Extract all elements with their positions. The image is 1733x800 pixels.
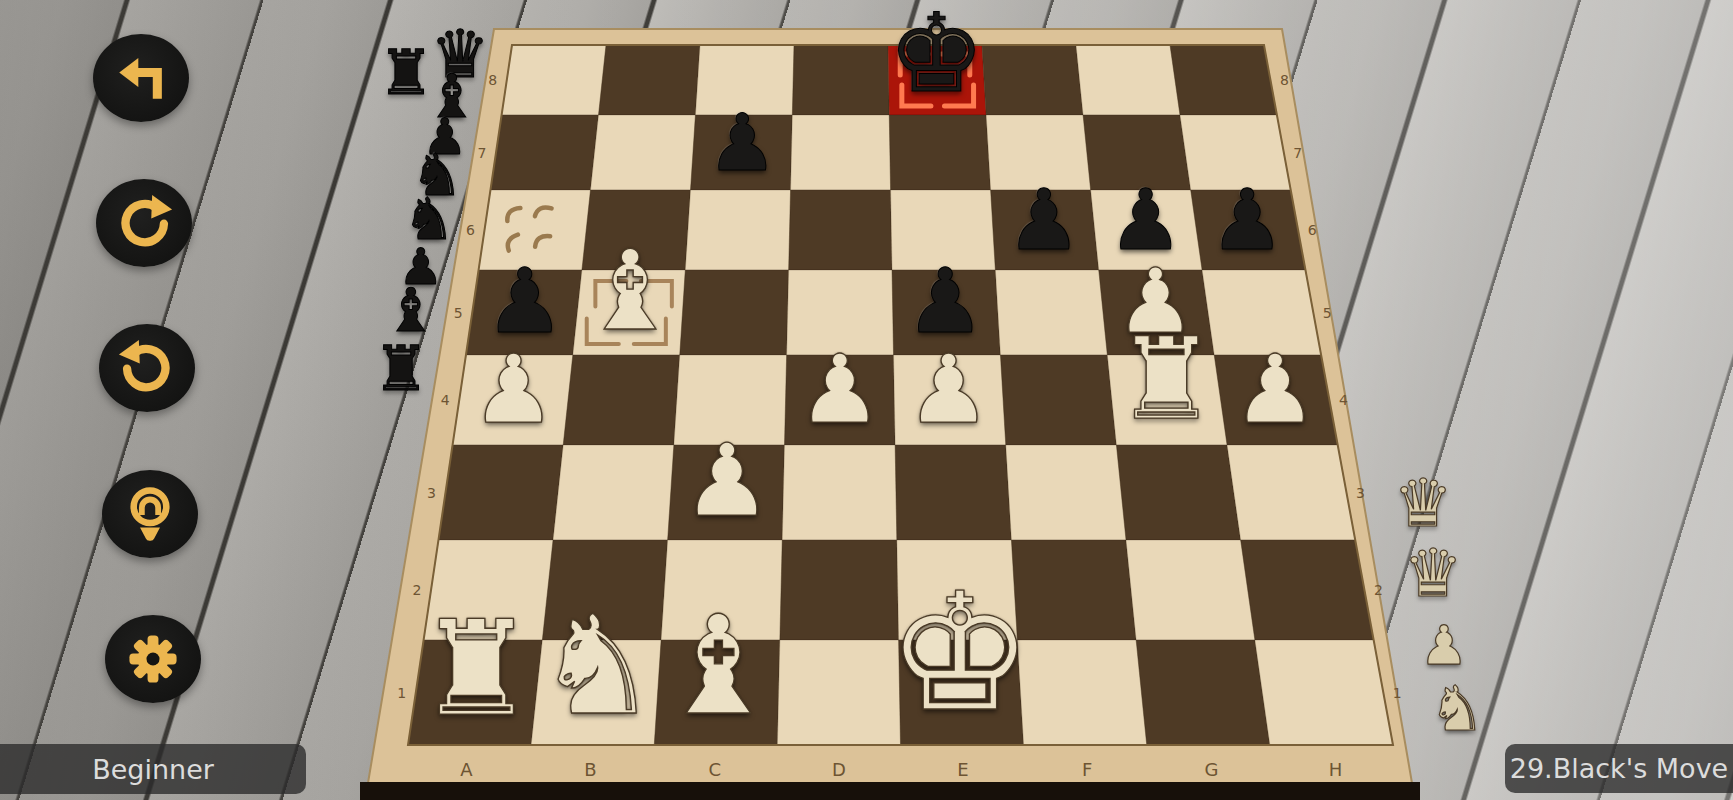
square-b8[interactable]	[599, 45, 700, 115]
file-label-E: E	[957, 759, 968, 780]
rank-label-right-4: 4	[1339, 392, 1348, 408]
rank-label-left-7: 7	[478, 145, 487, 161]
square-d7[interactable]	[791, 115, 891, 190]
square-h1[interactable]	[1255, 640, 1393, 745]
square-f4[interactable]	[1000, 355, 1116, 445]
piece-white-bishop-b5[interactable]: ♝	[575, 236, 686, 347]
file-label-G: G	[1204, 759, 1218, 780]
square-a7[interactable]	[490, 115, 598, 190]
rank-label-right-5: 5	[1323, 305, 1332, 321]
square-b7[interactable]	[590, 115, 695, 190]
file-label-C: C	[708, 759, 721, 780]
square-g8[interactable]	[1076, 45, 1180, 115]
piece-white-pawn-a4[interactable]: ♟	[466, 342, 561, 437]
hint-button[interactable]	[102, 470, 198, 558]
square-d3[interactable]	[782, 445, 897, 540]
piece-white-rook-a1[interactable]: ♜	[411, 603, 542, 734]
board-front-face	[360, 782, 1420, 800]
square-a8[interactable]	[502, 45, 606, 115]
square-g1[interactable]	[1136, 640, 1270, 745]
square-d6[interactable]	[789, 190, 892, 270]
file-label-D: D	[832, 759, 846, 780]
redo-button[interactable]	[96, 179, 192, 267]
chess-app-screen: ABCDEFGH8877665544332211 ♚♟♟♟♟♟♟♝♟♟♟♟♜♟♟…	[0, 0, 1733, 800]
square-f5[interactable]	[995, 270, 1107, 355]
square-c5[interactable]	[680, 270, 789, 355]
move-status-bar: 29.Black's Move	[1505, 744, 1733, 793]
piece-white-bishop-c1[interactable]: ♝	[650, 598, 787, 735]
rank-label-left-3: 3	[427, 485, 436, 501]
difficulty-bar: Beginner	[0, 744, 306, 794]
rotate-counterclockwise-icon	[118, 339, 176, 397]
piece-white-pawn-c3[interactable]: ♟	[677, 431, 777, 531]
piece-white-pawn-e4[interactable]: ♟	[901, 342, 996, 437]
rank-label-right-7: 7	[1293, 145, 1302, 161]
square-f3[interactable]	[1006, 445, 1126, 540]
piece-black-pawn-h6[interactable]: ♟	[1205, 178, 1289, 262]
square-g2[interactable]	[1126, 540, 1255, 640]
rank-label-left-8: 8	[488, 72, 497, 88]
rank-label-left-4: 4	[441, 392, 450, 408]
undo-button[interactable]	[93, 34, 189, 122]
square-b3[interactable]	[553, 445, 674, 540]
file-label-H: H	[1329, 759, 1343, 780]
file-label-A: A	[460, 759, 473, 780]
rank-label-left-6: 6	[466, 222, 475, 238]
piece-black-king-e8[interactable]: ♚	[882, 0, 991, 108]
piece-white-king-e1[interactable]: ♚	[879, 572, 1042, 735]
square-e3[interactable]	[895, 445, 1011, 540]
rank-label-right-1: 1	[1393, 685, 1402, 701]
piece-white-pawn-d4[interactable]: ♟	[793, 342, 888, 437]
rotate-clockwise-icon	[115, 194, 173, 252]
rank-label-left-1: 1	[397, 685, 406, 701]
square-c6[interactable]	[685, 190, 790, 270]
square-h2[interactable]	[1241, 540, 1374, 640]
piece-white-rook-g4[interactable]: ♜	[1110, 324, 1223, 437]
square-h8[interactable]	[1170, 45, 1277, 115]
settings-button[interactable]	[105, 615, 201, 703]
lightbulb-icon	[121, 485, 179, 543]
file-label-B: B	[584, 759, 596, 780]
piece-white-pawn-h4[interactable]: ♟	[1228, 342, 1323, 437]
square-b4[interactable]	[563, 355, 680, 445]
file-label-F: F	[1082, 759, 1092, 780]
piece-black-pawn-c7[interactable]: ♟	[703, 104, 782, 183]
square-h3[interactable]	[1227, 445, 1355, 540]
rank-label-right-3: 3	[1356, 485, 1365, 501]
square-g3[interactable]	[1116, 445, 1240, 540]
takeback-button[interactable]	[99, 324, 195, 412]
rank-label-right-2: 2	[1374, 582, 1383, 598]
piece-white-knight-b1[interactable]: ♞	[529, 598, 666, 735]
undo-arrow-icon	[112, 49, 170, 107]
difficulty-label: Beginner	[92, 754, 214, 785]
square-d8[interactable]	[792, 45, 889, 115]
square-e7[interactable]	[889, 115, 990, 190]
square-f8[interactable]	[982, 45, 1083, 115]
rank-label-right-8: 8	[1280, 72, 1289, 88]
square-a3[interactable]	[438, 445, 563, 540]
gear-icon	[124, 630, 182, 688]
move-status-label: 29.Black's Move	[1510, 753, 1728, 784]
rank-label-left-5: 5	[454, 305, 463, 321]
piece-black-pawn-f6[interactable]: ♟	[1002, 178, 1086, 262]
rank-label-right-6: 6	[1308, 222, 1317, 238]
